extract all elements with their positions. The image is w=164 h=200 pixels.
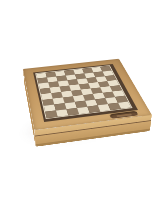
square-h8[interactable]: ♜	[45, 111, 57, 119]
scene-3d: ♜♞♝♚♛♝♞♜♟♟♟♟♟♟♟♟♟♟♟♟♟♟♟♟♜♞♝♚♛♝♞♜	[0, 0, 164, 200]
product-photo: ♜♞♝♚♛♝♞♜♟♟♟♟♟♟♟♟♟♟♟♟♟♟♟♟♜♞♝♚♛♝♞♜	[0, 0, 164, 200]
square-c4[interactable]	[88, 82, 100, 88]
chess-box: ♜♞♝♚♛♝♞♜♟♟♟♟♟♟♟♟♟♟♟♟♟♟♟♟♜♞♝♚♛♝♞♜	[23, 59, 152, 130]
latch-clasp-icon	[116, 113, 131, 116]
chess-board: ♜♞♝♚♛♝♞♜♟♟♟♟♟♟♟♟♟♟♟♟♟♟♟♟♜♞♝♚♛♝♞♜	[36, 66, 131, 118]
